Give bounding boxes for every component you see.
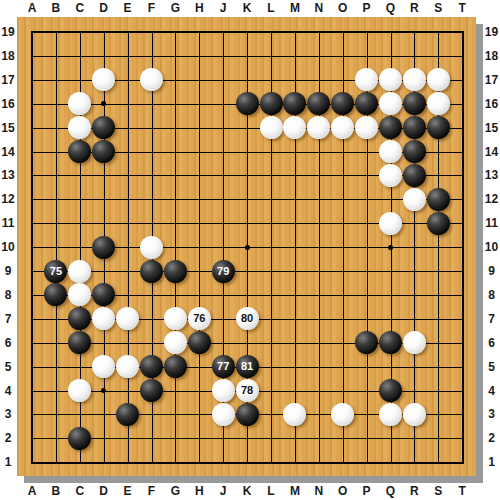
white-stone-j4[interactable]: [212, 379, 235, 402]
right-coordinate-5: 5: [483, 360, 500, 375]
top-coordinate-e: E: [119, 1, 137, 16]
bottom-coordinate-k: K: [238, 484, 256, 499]
top-coordinate-s: S: [429, 1, 447, 16]
left-coordinate-5: 5: [0, 360, 16, 375]
right-coordinate-4: 4: [483, 384, 500, 399]
left-coordinate-14: 14: [0, 145, 16, 160]
white-stone-q3[interactable]: [379, 403, 402, 426]
bottom-coordinate-n: N: [310, 484, 328, 499]
white-stone-s16[interactable]: [427, 92, 450, 115]
bottom-coordinate-q: Q: [382, 484, 400, 499]
black-stone-k3[interactable]: [236, 403, 259, 426]
white-stone-q13[interactable]: [379, 164, 402, 187]
black-stone-e3[interactable]: [116, 403, 139, 426]
bottom-coordinate-p: P: [358, 484, 376, 499]
black-stone-s12[interactable]: [427, 188, 450, 211]
black-stone-q15[interactable]: [379, 116, 402, 139]
top-coordinate-f: F: [143, 1, 161, 16]
bottom-coordinate-j: J: [214, 484, 232, 499]
right-coordinate-9: 9: [483, 264, 500, 279]
left-coordinate-18: 18: [0, 49, 16, 64]
top-coordinate-l: L: [262, 1, 280, 16]
star-point-q10: [388, 245, 393, 250]
move-number-label: 79: [217, 260, 229, 283]
top-coordinate-b: B: [47, 1, 65, 16]
top-coordinate-d: D: [95, 1, 113, 16]
top-coordinate-g: G: [166, 1, 184, 16]
right-coordinate-12: 12: [483, 192, 500, 207]
black-stone-f4[interactable]: [140, 379, 163, 402]
right-coordinate-2: 2: [483, 431, 500, 446]
white-stone-r3[interactable]: [403, 403, 426, 426]
right-coordinate-15: 15: [483, 121, 500, 136]
black-stone-j5[interactable]: 77: [212, 355, 235, 378]
top-coordinate-p: P: [358, 1, 376, 16]
white-stone-o3[interactable]: [331, 403, 354, 426]
left-coordinate-12: 12: [0, 192, 16, 207]
black-stone-q4[interactable]: [379, 379, 402, 402]
move-number-label: 81: [241, 355, 253, 378]
white-stone-k4[interactable]: 78: [236, 379, 259, 402]
bottom-coordinate-f: F: [143, 484, 161, 499]
top-coordinate-r: R: [405, 1, 423, 16]
left-coordinate-19: 19: [0, 25, 16, 40]
move-number-label: 76: [193, 307, 205, 330]
left-coordinate-6: 6: [0, 336, 16, 351]
white-stone-q11[interactable]: [379, 212, 402, 235]
black-stone-k16[interactable]: [236, 92, 259, 115]
bottom-coordinate-t: T: [453, 484, 471, 499]
white-stone-g6[interactable]: [164, 331, 187, 354]
right-coordinate-8: 8: [483, 288, 500, 303]
left-coordinate-16: 16: [0, 97, 16, 112]
black-stone-s15[interactable]: [427, 116, 450, 139]
bottom-coordinate-m: M: [286, 484, 304, 499]
black-stone-j9[interactable]: 79: [212, 260, 235, 283]
top-coordinate-q: Q: [382, 1, 400, 16]
top-coordinate-c: C: [71, 1, 89, 16]
black-stone-k5[interactable]: 81: [236, 355, 259, 378]
top-coordinate-j: J: [214, 1, 232, 16]
bottom-coordinate-d: D: [95, 484, 113, 499]
bottom-coordinate-s: S: [429, 484, 447, 499]
black-stone-c2[interactable]: [68, 427, 91, 450]
bottom-coordinate-l: L: [262, 484, 280, 499]
bottom-coordinate-a: A: [23, 484, 41, 499]
white-stone-q14[interactable]: [379, 140, 402, 163]
move-number-label: 78: [241, 379, 253, 402]
right-coordinate-11: 11: [483, 216, 500, 231]
right-coordinate-17: 17: [483, 73, 500, 88]
left-coordinate-13: 13: [0, 168, 16, 183]
left-coordinate-2: 2: [0, 431, 16, 446]
top-coordinate-a: A: [23, 1, 41, 16]
go-board-diagram: AABBCCDDEEFFGGHHJJKKLLMMNNOOPPQQRRSSTT19…: [0, 0, 500, 500]
bottom-coordinate-h: H: [190, 484, 208, 499]
right-coordinate-6: 6: [483, 336, 500, 351]
black-stone-s11[interactable]: [427, 212, 450, 235]
right-coordinate-16: 16: [483, 97, 500, 112]
white-stone-l15[interactable]: [260, 116, 283, 139]
white-stone-c9[interactable]: [68, 260, 91, 283]
move-number-label: 77: [217, 355, 229, 378]
bottom-coordinate-r: R: [405, 484, 423, 499]
white-stone-h7[interactable]: 76: [188, 307, 211, 330]
bottom-coordinate-b: B: [47, 484, 65, 499]
right-coordinate-19: 19: [483, 25, 500, 40]
bottom-coordinate-e: E: [119, 484, 137, 499]
left-coordinate-8: 8: [0, 288, 16, 303]
black-stone-r16[interactable]: [403, 92, 426, 115]
left-coordinate-11: 11: [0, 216, 16, 231]
white-stone-j3[interactable]: [212, 403, 235, 426]
left-coordinate-4: 4: [0, 384, 16, 399]
white-stone-s17[interactable]: [427, 68, 450, 91]
star-point-k10: [245, 245, 250, 250]
white-stone-r6[interactable]: [403, 331, 426, 354]
bottom-coordinate-o: O: [334, 484, 352, 499]
bottom-coordinate-g: G: [166, 484, 184, 499]
right-coordinate-7: 7: [483, 312, 500, 327]
grid-line-horizontal: [32, 271, 462, 272]
grid-line-horizontal: [32, 438, 462, 439]
top-coordinate-n: N: [310, 1, 328, 16]
white-stone-k7[interactable]: 80: [236, 307, 259, 330]
right-coordinate-14: 14: [483, 145, 500, 160]
right-coordinate-13: 13: [483, 168, 500, 183]
black-stone-d10[interactable]: [92, 236, 115, 259]
black-stone-b9[interactable]: 75: [44, 260, 67, 283]
black-stone-l16[interactable]: [260, 92, 283, 115]
white-stone-r12[interactable]: [403, 188, 426, 211]
top-coordinate-h: H: [190, 1, 208, 16]
right-coordinate-10: 10: [483, 240, 500, 255]
black-stone-r13[interactable]: [403, 164, 426, 187]
black-stone-r15[interactable]: [403, 116, 426, 139]
black-stone-g5[interactable]: [164, 355, 187, 378]
top-coordinate-m: M: [286, 1, 304, 16]
black-stone-g9[interactable]: [164, 260, 187, 283]
bottom-coordinate-c: C: [71, 484, 89, 499]
left-coordinate-1: 1: [0, 455, 16, 470]
move-number-label: 80: [241, 307, 253, 330]
right-coordinate-3: 3: [483, 407, 500, 422]
left-coordinate-9: 9: [0, 264, 16, 279]
left-coordinate-15: 15: [0, 121, 16, 136]
left-coordinate-7: 7: [0, 312, 16, 327]
white-stone-f10[interactable]: [140, 236, 163, 259]
top-coordinate-t: T: [453, 1, 471, 16]
move-number-label: 75: [50, 260, 62, 283]
black-stone-r14[interactable]: [403, 140, 426, 163]
left-coordinate-10: 10: [0, 240, 16, 255]
top-coordinate-o: O: [334, 1, 352, 16]
top-coordinate-k: K: [238, 1, 256, 16]
left-coordinate-17: 17: [0, 73, 16, 88]
black-stone-h6[interactable]: [188, 331, 211, 354]
black-stone-f9[interactable]: [140, 260, 163, 283]
right-coordinate-18: 18: [483, 49, 500, 64]
black-stone-f5[interactable]: [140, 355, 163, 378]
right-coordinate-1: 1: [483, 455, 500, 470]
left-coordinate-3: 3: [0, 407, 16, 422]
